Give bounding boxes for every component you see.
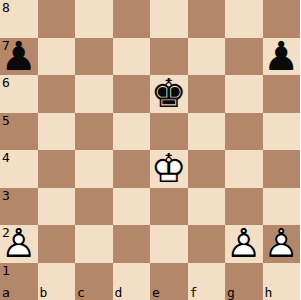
piece-outline: ♔ bbox=[151, 145, 187, 191]
square-d3[interactable] bbox=[113, 188, 151, 226]
square-h6[interactable] bbox=[263, 75, 301, 113]
square-a5[interactable]: 5 bbox=[0, 113, 38, 151]
rank-label-3: 3 bbox=[2, 189, 10, 202]
white-king[interactable]: ♚♔ bbox=[151, 150, 187, 188]
square-h8[interactable] bbox=[263, 0, 301, 38]
square-g4[interactable] bbox=[225, 150, 263, 188]
square-f7[interactable] bbox=[188, 38, 226, 76]
square-b1[interactable]: b bbox=[38, 263, 76, 300]
square-f2[interactable] bbox=[188, 225, 226, 263]
file-label-d: d bbox=[115, 286, 123, 299]
square-f8[interactable] bbox=[188, 0, 226, 38]
square-a7[interactable]: 7♟ bbox=[0, 38, 38, 76]
square-f1[interactable]: f bbox=[188, 263, 226, 300]
square-d6[interactable] bbox=[113, 75, 151, 113]
white-pawn[interactable]: ♟♙ bbox=[226, 225, 262, 263]
square-b7[interactable] bbox=[38, 38, 76, 76]
square-b6[interactable] bbox=[38, 75, 76, 113]
square-g5[interactable] bbox=[225, 113, 263, 151]
square-c3[interactable] bbox=[75, 188, 113, 226]
square-d7[interactable] bbox=[113, 38, 151, 76]
square-g8[interactable] bbox=[225, 0, 263, 38]
square-a6[interactable]: 6 bbox=[0, 75, 38, 113]
square-d2[interactable] bbox=[113, 225, 151, 263]
square-e3[interactable] bbox=[150, 188, 188, 226]
square-c1[interactable]: c bbox=[75, 263, 113, 300]
square-f6[interactable] bbox=[188, 75, 226, 113]
rank-label-4: 4 bbox=[2, 151, 10, 164]
square-d4[interactable] bbox=[113, 150, 151, 188]
square-e1[interactable]: e bbox=[150, 263, 188, 300]
rank-label-5: 5 bbox=[2, 114, 10, 127]
piece-outline: ♙ bbox=[263, 220, 299, 266]
square-c6[interactable] bbox=[75, 75, 113, 113]
rank-label-6: 6 bbox=[2, 76, 10, 89]
square-h1[interactable]: h bbox=[263, 263, 301, 300]
square-c7[interactable] bbox=[75, 38, 113, 76]
square-d5[interactable] bbox=[113, 113, 151, 151]
black-king[interactable]: ♚ bbox=[151, 75, 187, 113]
square-c8[interactable] bbox=[75, 0, 113, 38]
square-g7[interactable] bbox=[225, 38, 263, 76]
piece-outline: ♙ bbox=[1, 220, 37, 266]
file-label-c: c bbox=[77, 286, 85, 299]
white-pawn[interactable]: ♟♙ bbox=[263, 225, 299, 263]
square-f3[interactable] bbox=[188, 188, 226, 226]
square-a1[interactable]: 1a bbox=[0, 263, 38, 300]
square-f4[interactable] bbox=[188, 150, 226, 188]
square-h7[interactable]: ♟ bbox=[263, 38, 301, 76]
black-pawn[interactable]: ♟ bbox=[1, 38, 37, 76]
square-f5[interactable] bbox=[188, 113, 226, 151]
file-label-h: h bbox=[265, 286, 273, 299]
square-g6[interactable] bbox=[225, 75, 263, 113]
file-label-e: e bbox=[152, 286, 160, 299]
square-c4[interactable] bbox=[75, 150, 113, 188]
square-b5[interactable] bbox=[38, 113, 76, 151]
square-b3[interactable] bbox=[38, 188, 76, 226]
square-e4[interactable]: ♚♔ bbox=[150, 150, 188, 188]
square-a4[interactable]: 4 bbox=[0, 150, 38, 188]
file-label-g: g bbox=[227, 286, 235, 299]
square-a2[interactable]: 2♟♙ bbox=[0, 225, 38, 263]
square-h2[interactable]: ♟♙ bbox=[263, 225, 301, 263]
square-a8[interactable]: 8 bbox=[0, 0, 38, 38]
piece-outline: ♙ bbox=[226, 220, 262, 266]
file-label-f: f bbox=[190, 286, 198, 299]
square-h5[interactable] bbox=[263, 113, 301, 151]
square-b8[interactable] bbox=[38, 0, 76, 38]
square-c2[interactable] bbox=[75, 225, 113, 263]
square-d1[interactable]: d bbox=[113, 263, 151, 300]
square-g1[interactable]: g bbox=[225, 263, 263, 300]
rank-label-8: 8 bbox=[2, 1, 10, 14]
black-pawn[interactable]: ♟ bbox=[263, 38, 299, 76]
square-e6[interactable]: ♚ bbox=[150, 75, 188, 113]
square-h4[interactable] bbox=[263, 150, 301, 188]
rank-label-1: 1 bbox=[2, 264, 10, 277]
white-pawn[interactable]: ♟♙ bbox=[1, 225, 37, 263]
file-label-b: b bbox=[40, 286, 48, 299]
square-g2[interactable]: ♟♙ bbox=[225, 225, 263, 263]
square-e2[interactable] bbox=[150, 225, 188, 263]
chess-board: 87♟♟6♚54♚♔32♟♙♟♙♟♙1abcdefgh bbox=[0, 0, 300, 300]
square-d8[interactable] bbox=[113, 0, 151, 38]
square-b2[interactable] bbox=[38, 225, 76, 263]
file-label-a: a bbox=[2, 286, 10, 299]
square-b4[interactable] bbox=[38, 150, 76, 188]
square-c5[interactable] bbox=[75, 113, 113, 151]
square-e8[interactable] bbox=[150, 0, 188, 38]
